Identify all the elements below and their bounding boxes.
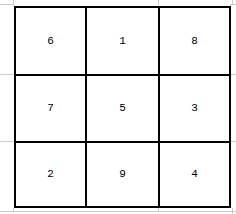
magic-square-board: 6 1 8 7 5 3 2 9 4: [14, 6, 231, 208]
gridline-v-mid-top: [158, 0, 159, 5]
gridline-v-left-bottom: [13, 208, 14, 212]
gridline-h-mid1-right: [231, 74, 236, 75]
cell-r3c2[interactable]: 9: [87, 143, 160, 206]
cell-r2c2[interactable]: 5: [87, 76, 160, 143]
gridline-h-top-right: [230, 4, 236, 5]
cell-r1c2[interactable]: 1: [87, 8, 160, 76]
screenshot-root: 6 1 8 7 5 3 2 9 4: [0, 0, 236, 214]
gridline-v-mid-bottom: [158, 208, 159, 212]
gridline-h-mid1-left: [0, 74, 14, 75]
cell-r3c3[interactable]: 4: [160, 143, 229, 206]
gridline-h-top-left: [0, 4, 14, 5]
cell-r1c1[interactable]: 6: [16, 8, 87, 76]
cell-r3c1[interactable]: 2: [16, 143, 87, 206]
gridline-v-right-bottom: [232, 208, 233, 214]
cell-r2c1[interactable]: 7: [16, 76, 87, 143]
cell-r1c3[interactable]: 8: [160, 8, 229, 76]
gridline-h-mid2-right: [231, 141, 236, 142]
gridline-h-mid2-left: [0, 141, 14, 142]
cell-r2c3[interactable]: 3: [160, 76, 229, 143]
gridline-h-bottom: [0, 211, 236, 212]
gridline-v-right-top: [232, 0, 233, 5]
